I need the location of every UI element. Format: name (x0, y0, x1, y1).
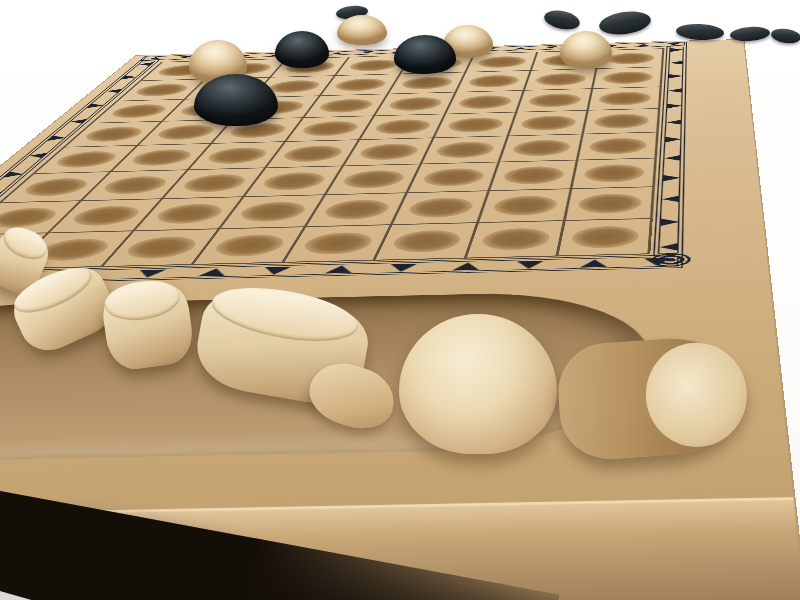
border-triangle-icon (659, 243, 678, 251)
board-cell-r2c6[interactable] (457, 71, 532, 93)
cell-dimple-icon (97, 175, 173, 194)
white-dome-piece[interactable] (337, 15, 387, 45)
board-cell-r7c7[interactable] (479, 189, 572, 223)
board-cell-r3c8[interactable] (589, 87, 662, 111)
cell-dimple-icon (339, 170, 408, 189)
cell-dimple-icon (491, 195, 559, 216)
border-triangle-icon (197, 268, 229, 276)
cell-dimple-icon (356, 143, 421, 160)
border-triangle-icon (330, 52, 344, 54)
cell-dimple-icon (372, 119, 434, 135)
cell-dimple-icon (130, 83, 192, 97)
cell-dimple-icon (235, 201, 311, 222)
border-triangle-icon (134, 269, 167, 277)
cell-dimple-icon (126, 149, 197, 167)
board-cell-r4c8[interactable] (584, 109, 661, 135)
border-triangle-icon (260, 266, 292, 274)
cell-dimple-icon (466, 74, 521, 88)
border-triangle-icon (515, 261, 544, 269)
cell-dimple-icon (501, 166, 565, 185)
border-triangle-icon (663, 175, 680, 182)
board-cell-r5c5[interactable] (344, 138, 435, 166)
cell-dimple-icon (150, 203, 228, 224)
cell-dimple-icon (120, 236, 203, 259)
cell-dimple-icon (66, 205, 147, 226)
border-triangle-icon (667, 88, 682, 93)
cell-dimple-icon (476, 56, 528, 69)
border-triangle-icon (661, 196, 679, 203)
cell-dimple-icon (320, 199, 393, 220)
border-triangle-icon (120, 75, 138, 79)
cell-dimple-icon (298, 120, 362, 136)
cell-dimple-icon (511, 139, 572, 156)
board-cell-r5c6[interactable] (422, 136, 509, 164)
border-triangle-icon (104, 89, 123, 94)
board-cell-r4c7[interactable] (509, 111, 589, 137)
cell-dimple-icon (433, 141, 496, 158)
border-triangle-icon (637, 44, 649, 46)
play-grid (0, 48, 664, 271)
board-cell-r4c6[interactable] (434, 112, 517, 138)
border-triangle-icon (86, 103, 106, 108)
border-triangle-icon (668, 74, 682, 79)
cell-dimple-icon (534, 73, 587, 87)
board-photo-scene (0, 0, 800, 600)
cell-dimple-icon (420, 168, 487, 187)
cell-dimple-icon (316, 98, 377, 113)
border-triangle-icon (451, 262, 481, 270)
cell-dimple-icon (331, 78, 389, 92)
board-cell-r2c5[interactable] (389, 72, 467, 94)
board-cell-r6c8[interactable] (572, 158, 657, 189)
board-cell-r7c8[interactable] (566, 187, 655, 221)
border-triangle-icon (514, 47, 527, 49)
border-triangle-icon (669, 61, 683, 65)
cell-dimple-icon (106, 104, 172, 119)
board-cell-r8c7[interactable] (467, 221, 566, 259)
board-cell-r2c7[interactable] (525, 69, 598, 91)
cell-dimple-icon (445, 117, 505, 133)
cell-dimple-icon (209, 234, 290, 257)
cell-dimple-icon (588, 137, 647, 154)
cell-dimple-icon (152, 124, 220, 140)
board-cell-r2c8[interactable] (593, 67, 663, 89)
cell-dimple-icon (519, 115, 577, 131)
cell-dimple-icon (399, 76, 455, 90)
border-triangle-icon (660, 218, 679, 226)
border-triangle-icon (665, 137, 681, 143)
cell-dimple-icon (405, 197, 476, 218)
cell-dimple-icon (593, 113, 649, 129)
board-cell-r7c6[interactable] (392, 191, 490, 225)
cell-dimple-icon (602, 71, 654, 85)
cell-dimple-icon (79, 126, 148, 142)
border-triangle-icon (148, 57, 162, 59)
board-cell-r3c6[interactable] (446, 91, 525, 115)
cell-dimple-icon (0, 207, 64, 228)
board-cell-r3c5[interactable] (375, 92, 457, 116)
cell-dimple-icon (570, 225, 639, 248)
border-triangle-icon (136, 62, 154, 66)
border-triangle-icon (668, 43, 680, 45)
cell-dimple-icon (299, 232, 377, 255)
border-triangle-icon (664, 155, 681, 161)
cell-dimple-icon (386, 96, 445, 111)
cell-dimple-icon (606, 52, 655, 65)
border-triangle-icon (361, 51, 375, 53)
board-cell-r5c7[interactable] (500, 134, 584, 162)
border-triangle-icon (0, 191, 3, 198)
board-cell-r6c6[interactable] (408, 162, 500, 193)
border-triangle-icon (666, 119, 682, 124)
border-triangle-icon (26, 153, 48, 159)
cell-dimple-icon (178, 173, 251, 192)
cell-dimple-icon (49, 150, 122, 168)
border-triangle-icon (667, 103, 682, 108)
board-cell-r8c8[interactable] (558, 219, 652, 257)
board-cell-r8c6[interactable] (375, 223, 479, 261)
board-cell-r3c7[interactable] (517, 89, 593, 113)
border-triangle-icon (3, 171, 26, 177)
border-triangle-icon (544, 46, 557, 48)
cell-dimple-icon (258, 171, 329, 190)
border-triangle-icon (670, 48, 683, 52)
cell-dimple-icon (346, 59, 401, 72)
border-triangle-icon (47, 135, 68, 141)
cell-dimple-icon (456, 95, 513, 110)
corner-rosette-icon (649, 252, 692, 267)
border-triangle-icon (324, 265, 355, 273)
border-triangle-icon (67, 119, 87, 124)
border-triangle-icon (579, 259, 607, 267)
board-cell-r4c5[interactable] (360, 114, 446, 140)
cell-dimple-icon (389, 229, 464, 252)
cell-dimple-icon (577, 193, 643, 214)
cell-dimple-icon (202, 147, 271, 165)
board-cell-r5c8[interactable] (578, 132, 658, 160)
board-cell-r6c7[interactable] (490, 160, 578, 191)
cell-dimple-icon (583, 164, 645, 183)
cell-dimple-icon (527, 93, 583, 108)
cell-dimple-icon (479, 227, 551, 250)
cell-dimple-icon (598, 91, 652, 106)
cell-dimple-icon (17, 177, 95, 196)
cell-dimple-icon (279, 145, 346, 162)
border-triangle-icon (388, 263, 418, 271)
